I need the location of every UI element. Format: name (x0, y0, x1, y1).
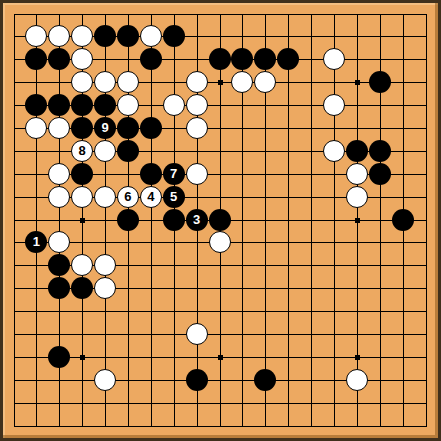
black-stone[interactable] (71, 163, 93, 185)
black-stone[interactable] (209, 209, 231, 231)
black-stone[interactable] (48, 48, 70, 70)
black-stone[interactable] (369, 71, 391, 93)
black-stone[interactable] (71, 94, 93, 116)
grid-line-v (311, 14, 312, 427)
white-stone[interactable] (117, 94, 139, 116)
black-stone[interactable] (392, 209, 414, 231)
black-stone-move-1[interactable]: 1 (25, 231, 47, 253)
white-stone[interactable] (254, 71, 276, 93)
white-stone[interactable] (186, 94, 208, 116)
black-stone[interactable] (209, 48, 231, 70)
black-stone[interactable] (346, 140, 368, 162)
white-stone[interactable] (71, 254, 93, 276)
black-stone[interactable] (369, 163, 391, 185)
black-stone[interactable] (48, 94, 70, 116)
white-stone[interactable] (186, 163, 208, 185)
white-stone[interactable] (209, 231, 231, 253)
grid-line-h (14, 426, 427, 427)
black-stone[interactable] (48, 254, 70, 276)
white-stone[interactable] (25, 117, 47, 139)
star-point (218, 355, 223, 360)
black-stone[interactable] (163, 209, 185, 231)
white-stone[interactable] (117, 71, 139, 93)
grid-line-v (426, 14, 427, 427)
white-stone[interactable] (94, 254, 116, 276)
grid-line-h (14, 334, 427, 335)
white-stone[interactable] (94, 140, 116, 162)
white-stone[interactable] (186, 117, 208, 139)
black-stone[interactable] (186, 369, 208, 391)
white-stone-move-4[interactable]: 4 (140, 186, 162, 208)
white-stone[interactable] (48, 163, 70, 185)
star-point (80, 218, 85, 223)
white-stone[interactable] (163, 94, 185, 116)
go-board[interactable]: 98764531 (0, 0, 441, 441)
black-stone[interactable] (71, 117, 93, 139)
black-stone[interactable] (140, 48, 162, 70)
white-stone[interactable] (186, 323, 208, 345)
white-stone[interactable] (71, 25, 93, 47)
white-stone[interactable] (71, 186, 93, 208)
white-stone[interactable] (94, 277, 116, 299)
black-stone[interactable] (71, 277, 93, 299)
black-stone-move-5[interactable]: 5 (163, 186, 185, 208)
black-stone[interactable] (369, 140, 391, 162)
white-stone[interactable] (48, 25, 70, 47)
white-stone[interactable] (48, 231, 70, 253)
white-stone[interactable] (94, 71, 116, 93)
star-point (355, 80, 360, 85)
black-stone[interactable] (231, 48, 253, 70)
black-stone[interactable] (48, 277, 70, 299)
black-stone[interactable] (254, 48, 276, 70)
white-stone[interactable] (48, 186, 70, 208)
white-stone[interactable] (323, 140, 345, 162)
black-stone-move-3[interactable]: 3 (186, 209, 208, 231)
black-stone-move-7[interactable]: 7 (163, 163, 185, 185)
white-stone[interactable] (346, 369, 368, 391)
white-stone[interactable] (48, 117, 70, 139)
black-stone[interactable] (163, 25, 185, 47)
white-stone[interactable] (186, 71, 208, 93)
grid-line-h (14, 311, 427, 312)
black-stone[interactable] (94, 94, 116, 116)
star-point (218, 80, 223, 85)
white-stone[interactable] (94, 186, 116, 208)
white-stone[interactable] (346, 163, 368, 185)
black-stone[interactable] (25, 94, 47, 116)
white-stone[interactable] (323, 48, 345, 70)
black-stone[interactable] (48, 346, 70, 368)
black-stone[interactable] (140, 163, 162, 185)
black-stone[interactable] (94, 25, 116, 47)
white-stone[interactable] (71, 48, 93, 70)
black-stone-move-9[interactable]: 9 (94, 117, 116, 139)
white-stone[interactable] (140, 25, 162, 47)
white-stone-move-8[interactable]: 8 (71, 140, 93, 162)
black-stone[interactable] (117, 209, 139, 231)
star-point (80, 355, 85, 360)
white-stone[interactable] (71, 71, 93, 93)
black-stone[interactable] (117, 117, 139, 139)
black-stone[interactable] (277, 48, 299, 70)
white-stone-move-6[interactable]: 6 (117, 186, 139, 208)
grid-line-v (334, 14, 335, 427)
white-stone[interactable] (346, 186, 368, 208)
white-stone[interactable] (231, 71, 253, 93)
white-stone[interactable] (94, 369, 116, 391)
star-point (355, 355, 360, 360)
grid-line-v (288, 14, 289, 427)
black-stone[interactable] (254, 369, 276, 391)
black-stone[interactable] (25, 48, 47, 70)
grid-line-h (14, 403, 427, 404)
black-stone[interactable] (117, 25, 139, 47)
go-diagram: 98764531 (0, 0, 441, 441)
black-stone[interactable] (117, 140, 139, 162)
white-stone[interactable] (25, 25, 47, 47)
star-point (355, 218, 360, 223)
black-stone[interactable] (140, 117, 162, 139)
white-stone[interactable] (323, 94, 345, 116)
